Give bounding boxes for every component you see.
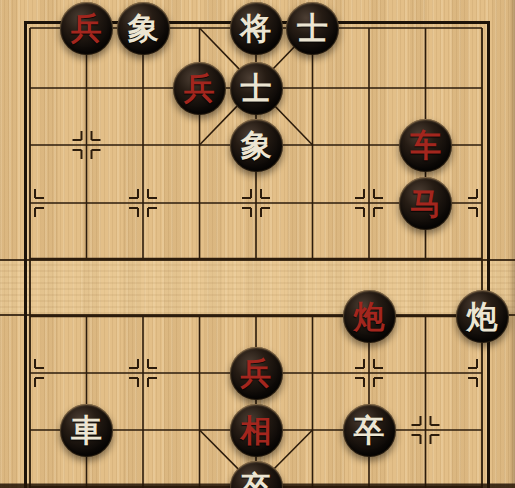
piece-glyph: 车 xyxy=(410,130,441,161)
piece-glyph: 相 xyxy=(241,415,272,446)
piece-glyph: 士 xyxy=(241,73,272,104)
piece-glyph: 兵 xyxy=(184,73,215,104)
piece-glyph: 炮 xyxy=(354,301,385,332)
piece-glyph: 象 xyxy=(241,130,272,161)
piece-black-elephant[interactable]: 象 xyxy=(117,2,170,55)
piece-glyph: 将 xyxy=(241,13,272,44)
piece-black-advisor[interactable]: 士 xyxy=(230,62,283,115)
piece-black-elephant[interactable]: 象 xyxy=(230,119,283,172)
piece-black-general[interactable]: 将 xyxy=(230,2,283,55)
piece-red-cannon[interactable]: 炮 xyxy=(343,290,396,343)
piece-glyph: 士 xyxy=(297,13,328,44)
pieces-layer: 兵象将士兵士象车马炮炮兵車相卒卒 xyxy=(0,0,515,488)
piece-glyph: 卒 xyxy=(354,415,385,446)
piece-red-soldier[interactable]: 兵 xyxy=(230,347,283,400)
piece-red-elephant[interactable]: 相 xyxy=(230,404,283,457)
piece-black-advisor[interactable]: 士 xyxy=(286,2,339,55)
piece-glyph: 車 xyxy=(71,415,102,446)
piece-red-soldier[interactable]: 兵 xyxy=(173,62,226,115)
piece-black-cannon[interactable]: 炮 xyxy=(456,290,509,343)
piece-black-soldier[interactable]: 卒 xyxy=(230,461,283,488)
piece-red-chariot[interactable]: 车 xyxy=(399,119,452,172)
piece-red-horse[interactable]: 马 xyxy=(399,177,452,230)
piece-black-soldier[interactable]: 卒 xyxy=(343,404,396,457)
piece-red-soldier[interactable]: 兵 xyxy=(60,2,113,55)
piece-glyph: 兵 xyxy=(71,13,102,44)
piece-glyph: 马 xyxy=(410,188,441,219)
screenshot-root: 兵象将士兵士象车马炮炮兵車相卒卒 xyxy=(0,0,515,488)
piece-glyph: 兵 xyxy=(241,358,272,389)
piece-glyph: 卒 xyxy=(241,472,272,488)
piece-black-chariot[interactable]: 車 xyxy=(60,404,113,457)
xiangqi-board[interactable]: 兵象将士兵士象车马炮炮兵車相卒卒 xyxy=(0,0,515,488)
piece-glyph: 炮 xyxy=(467,301,498,332)
piece-glyph: 象 xyxy=(128,13,159,44)
